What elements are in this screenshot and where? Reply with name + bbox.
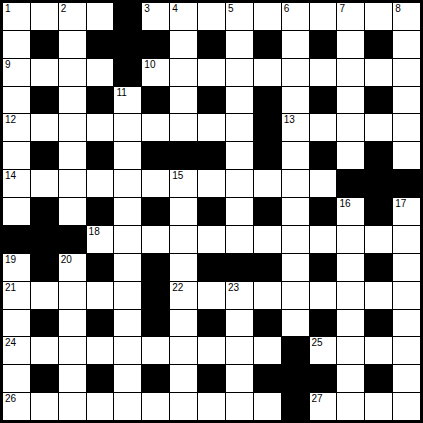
- white-cell[interactable]: [310, 226, 337, 253]
- white-cell[interactable]: [3, 87, 30, 114]
- black-cell: [365, 365, 392, 392]
- white-cell[interactable]: [198, 170, 225, 197]
- white-cell[interactable]: [59, 31, 86, 58]
- black-cell: [198, 365, 225, 392]
- black-cell: [365, 254, 392, 281]
- white-cell[interactable]: [114, 142, 141, 169]
- clue-number: 3: [144, 3, 150, 14]
- white-cell[interactable]: [198, 337, 225, 364]
- white-cell[interactable]: [282, 59, 309, 86]
- white-cell[interactable]: [226, 365, 253, 392]
- black-cell: [254, 31, 281, 58]
- white-cell[interactable]: [3, 198, 30, 225]
- white-cell[interactable]: 18: [87, 226, 114, 253]
- white-cell[interactable]: 6: [282, 3, 309, 30]
- clue-number: 10: [144, 59, 155, 70]
- clue-number: 22: [172, 282, 183, 293]
- clue-number: 18: [89, 226, 100, 237]
- white-cell[interactable]: [254, 170, 281, 197]
- white-cell[interactable]: [114, 337, 141, 364]
- clue-number: 13: [284, 114, 295, 125]
- black-cell: [282, 393, 309, 420]
- white-cell[interactable]: 14: [3, 170, 30, 197]
- white-cell[interactable]: [59, 142, 86, 169]
- white-cell[interactable]: 4: [170, 3, 197, 30]
- white-cell[interactable]: [31, 393, 58, 420]
- white-cell[interactable]: [114, 393, 141, 420]
- white-cell[interactable]: [31, 170, 58, 197]
- white-cell[interactable]: [337, 337, 364, 364]
- white-cell[interactable]: [59, 393, 86, 420]
- black-cell: [365, 170, 392, 197]
- black-cell: [31, 310, 58, 337]
- white-cell[interactable]: 15: [170, 170, 197, 197]
- white-cell[interactable]: [170, 31, 197, 58]
- black-cell: [142, 282, 169, 309]
- white-cell[interactable]: [3, 142, 30, 169]
- white-cell[interactable]: [114, 114, 141, 141]
- black-cell: [393, 170, 420, 197]
- white-cell[interactable]: [170, 226, 197, 253]
- white-cell[interactable]: [337, 310, 364, 337]
- white-cell[interactable]: [142, 226, 169, 253]
- black-cell: [254, 365, 281, 392]
- white-cell[interactable]: [114, 198, 141, 225]
- clue-number: 9: [5, 59, 11, 70]
- clue-number: 16: [339, 198, 350, 209]
- black-cell: [31, 365, 58, 392]
- white-cell[interactable]: [170, 59, 197, 86]
- black-cell: [114, 3, 141, 30]
- white-cell[interactable]: [310, 59, 337, 86]
- clue-number: 7: [339, 3, 345, 14]
- black-cell: [87, 87, 114, 114]
- white-cell[interactable]: [393, 337, 420, 364]
- clue-number: 1: [5, 3, 11, 14]
- clue-number: 5: [228, 3, 234, 14]
- black-cell: [142, 87, 169, 114]
- black-cell: [365, 142, 392, 169]
- black-cell: [310, 198, 337, 225]
- white-cell[interactable]: [59, 170, 86, 197]
- white-cell[interactable]: [393, 310, 420, 337]
- white-cell[interactable]: [170, 310, 197, 337]
- white-cell[interactable]: 12: [3, 114, 30, 141]
- white-cell[interactable]: 23: [226, 282, 253, 309]
- white-cell[interactable]: [254, 393, 281, 420]
- black-cell: [31, 87, 58, 114]
- white-cell[interactable]: 17: [393, 198, 420, 225]
- white-cell[interactable]: [59, 114, 86, 141]
- white-cell[interactable]: [59, 59, 86, 86]
- clue-number: 6: [284, 3, 290, 14]
- clue-number: 23: [228, 282, 239, 293]
- white-cell[interactable]: [282, 282, 309, 309]
- white-cell[interactable]: [337, 254, 364, 281]
- white-cell[interactable]: [59, 282, 86, 309]
- white-cell[interactable]: [170, 87, 197, 114]
- white-cell[interactable]: [254, 226, 281, 253]
- black-cell: [198, 31, 225, 58]
- white-cell[interactable]: [114, 170, 141, 197]
- clue-number: 27: [312, 393, 323, 404]
- white-cell[interactable]: [282, 87, 309, 114]
- black-cell: [114, 31, 141, 58]
- black-cell: [198, 310, 225, 337]
- white-cell[interactable]: 13: [282, 114, 309, 141]
- white-cell[interactable]: 2: [59, 3, 86, 30]
- white-cell[interactable]: [31, 3, 58, 30]
- white-cell[interactable]: [254, 59, 281, 86]
- white-cell[interactable]: [87, 170, 114, 197]
- white-cell[interactable]: [3, 365, 30, 392]
- black-cell: [3, 226, 30, 253]
- white-cell[interactable]: [226, 198, 253, 225]
- white-cell[interactable]: [31, 337, 58, 364]
- white-cell[interactable]: [365, 114, 392, 141]
- white-cell[interactable]: [365, 393, 392, 420]
- white-cell[interactable]: [282, 198, 309, 225]
- black-cell: [310, 142, 337, 169]
- white-cell[interactable]: 24: [3, 337, 30, 364]
- white-cell[interactable]: 21: [3, 282, 30, 309]
- white-cell[interactable]: [31, 282, 58, 309]
- black-cell: [337, 170, 364, 197]
- white-cell[interactable]: [282, 170, 309, 197]
- clue-number: 26: [5, 393, 16, 404]
- white-cell[interactable]: [170, 198, 197, 225]
- black-cell: [87, 198, 114, 225]
- black-cell: [31, 226, 58, 253]
- black-cell: [87, 254, 114, 281]
- white-cell[interactable]: [393, 365, 420, 392]
- black-cell: [142, 254, 169, 281]
- black-cell: [198, 142, 225, 169]
- white-cell[interactable]: [393, 114, 420, 141]
- black-cell: [254, 87, 281, 114]
- white-cell[interactable]: [170, 393, 197, 420]
- black-cell: [142, 31, 169, 58]
- white-cell[interactable]: [226, 393, 253, 420]
- clue-number: 25: [312, 337, 323, 348]
- white-cell[interactable]: 19: [3, 254, 30, 281]
- black-cell: [254, 310, 281, 337]
- white-cell[interactable]: 9: [3, 59, 30, 86]
- white-cell[interactable]: [393, 393, 420, 420]
- clue-number: 12: [5, 114, 16, 125]
- black-cell: [31, 254, 58, 281]
- white-cell[interactable]: [365, 3, 392, 30]
- black-cell: [310, 87, 337, 114]
- black-cell: [142, 142, 169, 169]
- black-cell: [282, 337, 309, 364]
- white-cell[interactable]: [393, 31, 420, 58]
- white-cell[interactable]: [31, 59, 58, 86]
- clue-number: 17: [395, 198, 406, 209]
- black-cell: [365, 198, 392, 225]
- white-cell[interactable]: [87, 59, 114, 86]
- white-cell[interactable]: [337, 393, 364, 420]
- white-cell[interactable]: [114, 282, 141, 309]
- white-cell[interactable]: [282, 254, 309, 281]
- clue-number: 14: [5, 170, 16, 181]
- clue-number: 15: [172, 170, 183, 181]
- white-cell[interactable]: [87, 393, 114, 420]
- white-cell[interactable]: [3, 31, 30, 58]
- white-cell[interactable]: [170, 337, 197, 364]
- white-cell[interactable]: [337, 59, 364, 86]
- white-cell[interactable]: [87, 282, 114, 309]
- clue-number: 4: [172, 3, 178, 14]
- white-cell[interactable]: [365, 59, 392, 86]
- white-cell[interactable]: [254, 3, 281, 30]
- white-cell[interactable]: [310, 170, 337, 197]
- black-cell: [87, 365, 114, 392]
- black-cell: [59, 226, 86, 253]
- white-cell[interactable]: 5: [226, 3, 253, 30]
- white-cell[interactable]: [198, 114, 225, 141]
- white-cell[interactable]: [142, 114, 169, 141]
- white-cell[interactable]: [393, 142, 420, 169]
- black-cell: [254, 254, 281, 281]
- white-cell[interactable]: [87, 337, 114, 364]
- black-cell: [142, 310, 169, 337]
- white-cell[interactable]: [337, 31, 364, 58]
- black-cell: [254, 198, 281, 225]
- white-cell[interactable]: [254, 282, 281, 309]
- black-cell: [31, 142, 58, 169]
- white-cell[interactable]: [310, 3, 337, 30]
- white-cell[interactable]: [59, 310, 86, 337]
- clue-number: 2: [61, 3, 67, 14]
- white-cell[interactable]: [198, 226, 225, 253]
- white-cell[interactable]: [393, 254, 420, 281]
- white-cell[interactable]: 26: [3, 393, 30, 420]
- black-cell: [142, 198, 169, 225]
- white-cell[interactable]: [282, 31, 309, 58]
- white-cell[interactable]: [114, 310, 141, 337]
- white-cell[interactable]: [226, 337, 253, 364]
- white-cell[interactable]: [170, 254, 197, 281]
- black-cell: [87, 310, 114, 337]
- white-cell[interactable]: 20: [59, 254, 86, 281]
- white-cell[interactable]: [226, 170, 253, 197]
- black-cell: [310, 31, 337, 58]
- black-cell: [254, 114, 281, 141]
- white-cell[interactable]: [198, 59, 225, 86]
- black-cell: [170, 142, 197, 169]
- white-cell[interactable]: [337, 282, 364, 309]
- black-cell: [87, 31, 114, 58]
- black-cell: [365, 310, 392, 337]
- white-cell[interactable]: [365, 226, 392, 253]
- white-cell[interactable]: [87, 114, 114, 141]
- black-cell: [365, 31, 392, 58]
- clue-number: 19: [5, 254, 16, 265]
- white-cell[interactable]: [282, 226, 309, 253]
- white-cell[interactable]: [393, 87, 420, 114]
- white-cell[interactable]: [226, 142, 253, 169]
- white-cell[interactable]: [114, 254, 141, 281]
- white-cell[interactable]: [337, 365, 364, 392]
- black-cell: [310, 365, 337, 392]
- crossword-board: 1234567891011121314151617181920212223242…: [0, 0, 423, 423]
- white-cell[interactable]: [3, 310, 30, 337]
- white-cell[interactable]: 1: [3, 3, 30, 30]
- black-cell: [310, 310, 337, 337]
- white-cell[interactable]: 22: [170, 282, 197, 309]
- white-cell[interactable]: [198, 282, 225, 309]
- white-cell[interactable]: [31, 114, 58, 141]
- white-cell[interactable]: [393, 226, 420, 253]
- white-cell[interactable]: [226, 87, 253, 114]
- clue-number: 20: [61, 254, 72, 265]
- black-cell: [198, 87, 225, 114]
- white-cell[interactable]: [226, 310, 253, 337]
- white-cell[interactable]: 25: [310, 337, 337, 364]
- white-cell[interactable]: [87, 3, 114, 30]
- white-cell[interactable]: [170, 365, 197, 392]
- white-cell[interactable]: [393, 282, 420, 309]
- white-cell[interactable]: [142, 393, 169, 420]
- black-cell: [142, 365, 169, 392]
- white-cell[interactable]: [198, 3, 225, 30]
- white-cell[interactable]: 11: [114, 87, 141, 114]
- white-cell[interactable]: [310, 282, 337, 309]
- white-cell[interactable]: [254, 337, 281, 364]
- black-cell: [310, 254, 337, 281]
- white-cell[interactable]: [59, 337, 86, 364]
- white-cell[interactable]: [226, 31, 253, 58]
- black-cell: [365, 87, 392, 114]
- white-cell[interactable]: [365, 282, 392, 309]
- white-cell[interactable]: 16: [337, 198, 364, 225]
- white-cell[interactable]: [282, 310, 309, 337]
- white-cell[interactable]: 3: [142, 3, 169, 30]
- white-cell[interactable]: [226, 114, 253, 141]
- white-cell[interactable]: [337, 142, 364, 169]
- white-cell[interactable]: [337, 87, 364, 114]
- black-cell: [31, 31, 58, 58]
- black-cell: [198, 198, 225, 225]
- white-cell[interactable]: 27: [310, 393, 337, 420]
- black-cell: [87, 142, 114, 169]
- clue-number: 11: [116, 87, 126, 98]
- black-cell: [254, 142, 281, 169]
- white-cell[interactable]: [337, 226, 364, 253]
- black-cell: [282, 365, 309, 392]
- white-cell[interactable]: [365, 337, 392, 364]
- black-cell: [114, 59, 141, 86]
- white-cell[interactable]: 7: [337, 3, 364, 30]
- white-cell[interactable]: [226, 59, 253, 86]
- white-cell[interactable]: [114, 365, 141, 392]
- white-cell[interactable]: [142, 170, 169, 197]
- white-cell[interactable]: [310, 114, 337, 141]
- white-cell[interactable]: [142, 337, 169, 364]
- white-cell[interactable]: [198, 393, 225, 420]
- clue-number: 21: [5, 282, 16, 293]
- white-cell[interactable]: [59, 87, 86, 114]
- white-cell[interactable]: 10: [142, 59, 169, 86]
- white-cell[interactable]: [59, 365, 86, 392]
- white-cell[interactable]: [226, 226, 253, 253]
- clue-number: 8: [395, 3, 401, 14]
- white-cell[interactable]: [59, 198, 86, 225]
- clue-number: 24: [5, 337, 16, 348]
- black-cell: [31, 198, 58, 225]
- white-cell[interactable]: [282, 142, 309, 169]
- white-cell[interactable]: 8: [393, 3, 420, 30]
- black-cell: [198, 254, 225, 281]
- white-cell[interactable]: [337, 114, 364, 141]
- white-cell[interactable]: [114, 226, 141, 253]
- black-cell: [226, 254, 253, 281]
- white-cell[interactable]: [170, 114, 197, 141]
- white-cell[interactable]: [393, 59, 420, 86]
